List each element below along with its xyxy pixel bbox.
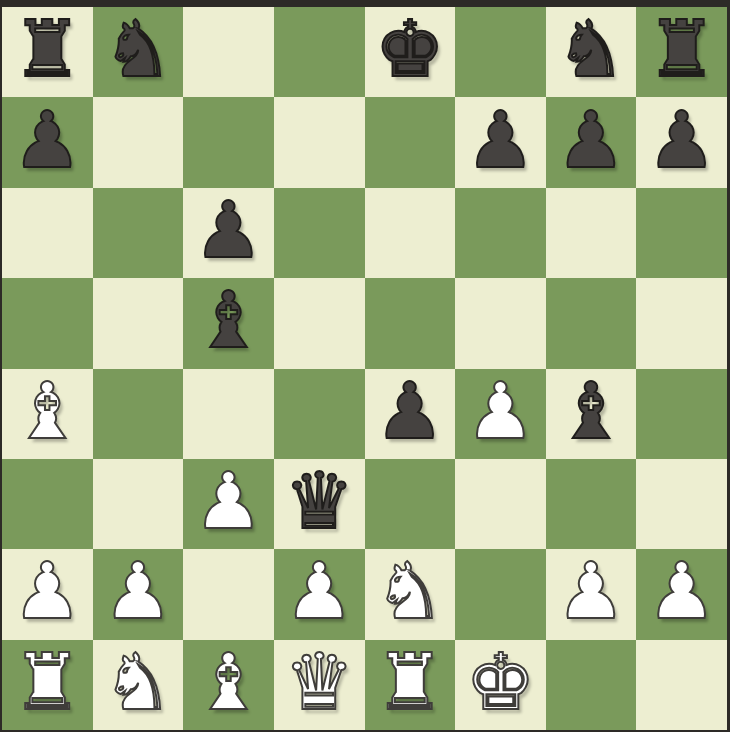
square-c8[interactable] — [183, 7, 274, 97]
black-bishop[interactable]: ♝ — [556, 372, 626, 450]
square-d6[interactable] — [274, 188, 365, 278]
square-g8[interactable]: ♞ — [546, 7, 637, 97]
square-g6[interactable] — [546, 188, 637, 278]
square-e6[interactable] — [365, 188, 456, 278]
white-pawn[interactable]: ♟ — [647, 552, 717, 630]
black-pawn[interactable]: ♟ — [556, 101, 626, 179]
square-e2[interactable]: ♞ — [365, 549, 456, 639]
black-king[interactable]: ♚ — [375, 10, 445, 88]
square-a4[interactable]: ♝ — [2, 369, 93, 459]
square-h6[interactable] — [636, 188, 727, 278]
white-pawn[interactable]: ♟ — [556, 552, 626, 630]
square-b3[interactable] — [93, 459, 184, 549]
square-h5[interactable] — [636, 278, 727, 368]
square-f5[interactable] — [455, 278, 546, 368]
square-d3[interactable]: ♛ — [274, 459, 365, 549]
black-pawn[interactable]: ♟ — [647, 101, 717, 179]
white-pawn[interactable]: ♟ — [194, 462, 264, 540]
square-a8[interactable]: ♜ — [2, 7, 93, 97]
square-h2[interactable]: ♟ — [636, 549, 727, 639]
white-knight[interactable]: ♞ — [103, 643, 173, 721]
square-a1[interactable]: ♜ — [2, 640, 93, 730]
black-rook[interactable]: ♜ — [12, 10, 82, 88]
square-a6[interactable] — [2, 188, 93, 278]
square-b6[interactable] — [93, 188, 184, 278]
square-f3[interactable] — [455, 459, 546, 549]
chess-board-frame: ♜♞♚♞♜♟♟♟♟♟♝♝♟♟♝♟♛♟♟♟♞♟♟♜♞♝♛♜♚ — [0, 0, 730, 732]
square-e4[interactable]: ♟ — [365, 369, 456, 459]
white-king[interactable]: ♚ — [465, 643, 535, 721]
white-bishop[interactable]: ♝ — [12, 372, 82, 450]
black-pawn[interactable]: ♟ — [465, 101, 535, 179]
white-rook[interactable]: ♜ — [375, 643, 445, 721]
square-a3[interactable] — [2, 459, 93, 549]
square-b1[interactable]: ♞ — [93, 640, 184, 730]
square-c3[interactable]: ♟ — [183, 459, 274, 549]
black-pawn[interactable]: ♟ — [12, 101, 82, 179]
square-f2[interactable] — [455, 549, 546, 639]
square-c2[interactable] — [183, 549, 274, 639]
square-d5[interactable] — [274, 278, 365, 368]
square-a2[interactable]: ♟ — [2, 549, 93, 639]
square-e5[interactable] — [365, 278, 456, 368]
black-knight[interactable]: ♞ — [556, 10, 626, 88]
square-d7[interactable] — [274, 97, 365, 187]
white-pawn[interactable]: ♟ — [103, 552, 173, 630]
square-d2[interactable]: ♟ — [274, 549, 365, 639]
chess-board: ♜♞♚♞♜♟♟♟♟♟♝♝♟♟♝♟♛♟♟♟♞♟♟♜♞♝♛♜♚ — [2, 7, 727, 730]
square-e8[interactable]: ♚ — [365, 7, 456, 97]
white-pawn[interactable]: ♟ — [12, 552, 82, 630]
square-c4[interactable] — [183, 369, 274, 459]
square-h4[interactable] — [636, 369, 727, 459]
square-f6[interactable] — [455, 188, 546, 278]
square-d4[interactable] — [274, 369, 365, 459]
square-b8[interactable]: ♞ — [93, 7, 184, 97]
square-b7[interactable] — [93, 97, 184, 187]
square-h8[interactable]: ♜ — [636, 7, 727, 97]
black-bishop[interactable]: ♝ — [194, 281, 264, 359]
square-b4[interactable] — [93, 369, 184, 459]
black-queen[interactable]: ♛ — [284, 462, 354, 540]
square-h1[interactable] — [636, 640, 727, 730]
square-g2[interactable]: ♟ — [546, 549, 637, 639]
square-e3[interactable] — [365, 459, 456, 549]
square-b5[interactable] — [93, 278, 184, 368]
black-rook[interactable]: ♜ — [647, 10, 717, 88]
square-c5[interactable]: ♝ — [183, 278, 274, 368]
square-f4[interactable]: ♟ — [455, 369, 546, 459]
square-g1[interactable] — [546, 640, 637, 730]
square-h7[interactable]: ♟ — [636, 97, 727, 187]
square-a5[interactable] — [2, 278, 93, 368]
black-knight[interactable]: ♞ — [103, 10, 173, 88]
white-knight[interactable]: ♞ — [375, 552, 445, 630]
square-d1[interactable]: ♛ — [274, 640, 365, 730]
white-rook[interactable]: ♜ — [12, 643, 82, 721]
square-g4[interactable]: ♝ — [546, 369, 637, 459]
square-c6[interactable]: ♟ — [183, 188, 274, 278]
square-g3[interactable] — [546, 459, 637, 549]
square-b2[interactable]: ♟ — [93, 549, 184, 639]
square-c7[interactable] — [183, 97, 274, 187]
square-g7[interactable]: ♟ — [546, 97, 637, 187]
white-pawn[interactable]: ♟ — [465, 372, 535, 450]
black-pawn[interactable]: ♟ — [194, 191, 264, 269]
white-pawn[interactable]: ♟ — [284, 552, 354, 630]
square-c1[interactable]: ♝ — [183, 640, 274, 730]
white-bishop[interactable]: ♝ — [194, 643, 264, 721]
square-e7[interactable] — [365, 97, 456, 187]
square-d8[interactable] — [274, 7, 365, 97]
square-f7[interactable]: ♟ — [455, 97, 546, 187]
square-f1[interactable]: ♚ — [455, 640, 546, 730]
square-f8[interactable] — [455, 7, 546, 97]
black-pawn[interactable]: ♟ — [375, 372, 445, 450]
square-g5[interactable] — [546, 278, 637, 368]
square-e1[interactable]: ♜ — [365, 640, 456, 730]
square-h3[interactable] — [636, 459, 727, 549]
white-queen[interactable]: ♛ — [284, 643, 354, 721]
square-a7[interactable]: ♟ — [2, 97, 93, 187]
